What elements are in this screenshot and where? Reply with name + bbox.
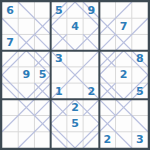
sudoku-cell-empty[interactable] [2, 116, 18, 132]
sudoku-cell-empty[interactable] [2, 51, 18, 67]
sudoku-cell-empty[interactable] [132, 116, 148, 132]
sudoku-cell-empty[interactable] [51, 132, 67, 148]
sudoku-cell-empty[interactable] [99, 51, 115, 67]
sudoku-cell-empty[interactable] [18, 99, 34, 115]
sudoku-cell-given[interactable]: 3 [132, 132, 148, 148]
sudoku-cell-empty[interactable] [2, 67, 18, 83]
sudoku-cell-empty[interactable] [99, 83, 115, 99]
sudoku-cell-empty[interactable] [34, 34, 50, 50]
sudoku-cell-empty[interactable] [83, 34, 99, 50]
sudoku-cell-empty[interactable] [51, 116, 67, 132]
sudoku-cell-given[interactable]: 5 [67, 116, 83, 132]
sudoku-cell-given[interactable]: 2 [83, 83, 99, 99]
sudoku-cell-empty[interactable] [51, 34, 67, 50]
sudoku-cell-empty[interactable] [67, 2, 83, 18]
sudoku-cell-empty[interactable] [83, 116, 99, 132]
sudoku-cell-empty[interactable] [34, 116, 50, 132]
sudoku-cell-empty[interactable] [116, 51, 132, 67]
sudoku-board: 659477389521252523 [0, 0, 150, 150]
sudoku-cell-empty[interactable] [51, 67, 67, 83]
sudoku-cell-given[interactable]: 1 [51, 83, 67, 99]
sudoku-cell-empty[interactable] [83, 67, 99, 83]
sudoku-cell-empty[interactable] [2, 99, 18, 115]
sudoku-cell-given[interactable]: 2 [116, 67, 132, 83]
sudoku-cell-empty[interactable] [18, 83, 34, 99]
sudoku-cell-empty[interactable] [83, 51, 99, 67]
sudoku-cell-empty[interactable] [132, 99, 148, 115]
sudoku-cell-empty[interactable] [34, 18, 50, 34]
sudoku-cell-empty[interactable] [83, 18, 99, 34]
sudoku-cell-empty[interactable] [34, 83, 50, 99]
sudoku-cells: 659477389521252523 [0, 0, 150, 150]
sudoku-cell-given[interactable]: 9 [18, 67, 34, 83]
sudoku-cell-empty[interactable] [132, 18, 148, 34]
sudoku-cell-given[interactable]: 2 [99, 132, 115, 148]
sudoku-cell-empty[interactable] [99, 99, 115, 115]
sudoku-cell-empty[interactable] [67, 51, 83, 67]
sudoku-cell-empty[interactable] [116, 2, 132, 18]
sudoku-cell-given[interactable]: 4 [67, 18, 83, 34]
sudoku-cell-empty[interactable] [18, 18, 34, 34]
sudoku-cell-empty[interactable] [18, 2, 34, 18]
sudoku-cell-given[interactable]: 5 [132, 83, 148, 99]
sudoku-cell-empty[interactable] [2, 83, 18, 99]
sudoku-cell-empty[interactable] [132, 2, 148, 18]
sudoku-cell-empty[interactable] [132, 67, 148, 83]
sudoku-cell-given[interactable]: 8 [132, 51, 148, 67]
sudoku-cell-given[interactable]: 5 [51, 2, 67, 18]
sudoku-cell-empty[interactable] [132, 34, 148, 50]
sudoku-cell-empty[interactable] [51, 18, 67, 34]
sudoku-cell-given[interactable]: 3 [51, 51, 67, 67]
sudoku-cell-given[interactable]: 7 [2, 34, 18, 50]
sudoku-cell-empty[interactable] [18, 34, 34, 50]
sudoku-cell-empty[interactable] [99, 18, 115, 34]
sudoku-cell-empty[interactable] [83, 99, 99, 115]
sudoku-cell-empty[interactable] [18, 116, 34, 132]
sudoku-cell-empty[interactable] [83, 132, 99, 148]
sudoku-cell-empty[interactable] [2, 132, 18, 148]
sudoku-cell-given[interactable]: 2 [67, 99, 83, 115]
sudoku-cell-empty[interactable] [51, 99, 67, 115]
sudoku-cell-empty[interactable] [34, 51, 50, 67]
sudoku-cell-empty[interactable] [116, 99, 132, 115]
sudoku-cell-empty[interactable] [99, 34, 115, 50]
sudoku-cell-empty[interactable] [116, 132, 132, 148]
sudoku-cell-empty[interactable] [67, 132, 83, 148]
sudoku-cell-empty[interactable] [2, 18, 18, 34]
sudoku-cell-empty[interactable] [116, 34, 132, 50]
sudoku-cell-given[interactable]: 5 [34, 67, 50, 83]
sudoku-cell-empty[interactable] [18, 51, 34, 67]
sudoku-cell-empty[interactable] [67, 83, 83, 99]
sudoku-cell-empty[interactable] [34, 2, 50, 18]
sudoku-cell-empty[interactable] [99, 2, 115, 18]
sudoku-cell-empty[interactable] [18, 132, 34, 148]
sudoku-cell-empty[interactable] [116, 83, 132, 99]
sudoku-cell-empty[interactable] [34, 99, 50, 115]
sudoku-cell-empty[interactable] [116, 116, 132, 132]
sudoku-cell-empty[interactable] [99, 116, 115, 132]
sudoku-cell-empty[interactable] [34, 132, 50, 148]
sudoku-cell-empty[interactable] [99, 67, 115, 83]
sudoku-cell-empty[interactable] [67, 67, 83, 83]
sudoku-cell-given[interactable]: 7 [116, 18, 132, 34]
sudoku-cell-given[interactable]: 9 [83, 2, 99, 18]
sudoku-cell-empty[interactable] [67, 34, 83, 50]
sudoku-cell-given[interactable]: 6 [2, 2, 18, 18]
